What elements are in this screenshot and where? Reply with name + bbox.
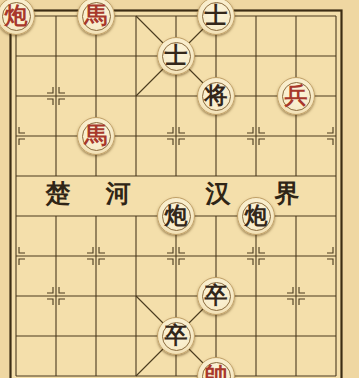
piece-black-advisor[interactable]: 士 — [157, 37, 195, 75]
piece-red-general[interactable]: 帥 — [197, 357, 235, 378]
piece-rim: 炮 — [242, 202, 271, 231]
piece-rim: 帥 — [202, 362, 231, 378]
piece-red-soldier[interactable]: 兵 — [277, 77, 315, 115]
piece-black-soldier[interactable]: 卒 — [157, 317, 195, 355]
piece-glyph: 炮 — [5, 4, 28, 27]
piece-rim: 馬 — [82, 122, 111, 151]
piece-red-horse[interactable]: 馬 — [77, 0, 115, 35]
piece-rim: 将 — [202, 82, 231, 111]
piece-black-general[interactable]: 将 — [197, 77, 235, 115]
piece-glyph: 炮 — [165, 204, 188, 227]
piece-glyph: 士 — [165, 44, 188, 67]
piece-black-cannon[interactable]: 炮 — [237, 197, 275, 235]
piece-red-cannon[interactable]: 炮 — [0, 0, 35, 35]
piece-glyph: 卒 — [205, 284, 228, 307]
pieces-layer: 炮馬士士将兵馬炮炮卒卒帥 — [0, 0, 359, 378]
piece-rim: 炮 — [2, 2, 31, 31]
piece-rim: 卒 — [202, 282, 231, 311]
piece-rim: 士 — [202, 2, 231, 31]
piece-glyph: 帥 — [205, 364, 228, 378]
piece-glyph: 卒 — [165, 324, 188, 347]
piece-black-soldier[interactable]: 卒 — [197, 277, 235, 315]
piece-rim: 炮 — [162, 202, 191, 231]
piece-rim: 馬 — [82, 2, 111, 31]
xiangqi-board: 楚 河 汉 界 炮馬士士将兵馬炮炮卒卒帥 — [0, 0, 359, 378]
piece-rim: 兵 — [282, 82, 311, 111]
piece-glyph: 馬 — [85, 4, 108, 27]
piece-rim: 士 — [162, 42, 191, 71]
piece-black-cannon[interactable]: 炮 — [157, 197, 195, 235]
piece-red-horse[interactable]: 馬 — [77, 117, 115, 155]
piece-rim: 卒 — [162, 322, 191, 351]
piece-glyph: 士 — [205, 4, 228, 27]
piece-black-advisor[interactable]: 士 — [197, 0, 235, 35]
piece-glyph: 兵 — [285, 84, 308, 107]
piece-glyph: 炮 — [245, 204, 268, 227]
piece-glyph: 馬 — [85, 124, 108, 147]
piece-glyph: 将 — [205, 84, 228, 107]
